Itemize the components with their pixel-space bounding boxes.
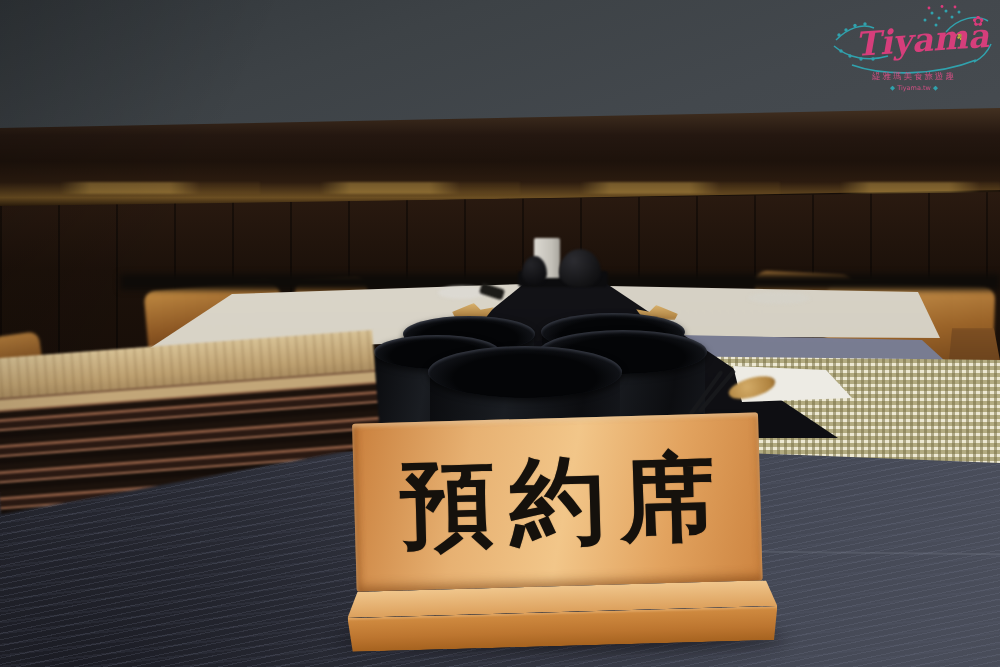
site-text: ◆ Tiyama.tw ◆ bbox=[890, 84, 938, 92]
tabletop-seam bbox=[742, 551, 1000, 556]
cup-rim bbox=[428, 346, 622, 398]
tagline-text: 緹雅瑪美食旅遊趣 bbox=[872, 71, 956, 81]
sign-board: 預約席 bbox=[352, 412, 763, 591]
beam-gold-streak bbox=[0, 182, 1000, 194]
watermark-logo: ✿ ✽ Tiyama 緹雅瑪美食旅遊趣 ◆ Tiyama.tw ◆ bbox=[828, 4, 1000, 106]
restaurant-photo: 預約席 ✿ ✽ Tiyama 緹雅瑪美食旅遊趣 ◆ Tiyama.tw ◆ bbox=[0, 0, 1000, 667]
menu-stack bbox=[0, 330, 385, 526]
pink-dots-icon bbox=[928, 5, 957, 9]
sign-text: 預約席 bbox=[384, 450, 732, 555]
brand-script: Tiyama bbox=[854, 16, 991, 64]
shaker-small bbox=[522, 256, 547, 285]
white-plate-right bbox=[748, 292, 810, 304]
reserved-seat-sign: 預約席 bbox=[342, 396, 779, 654]
